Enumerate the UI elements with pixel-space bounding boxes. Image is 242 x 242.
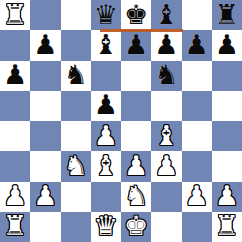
- square-e8[interactable]: ♚: [121, 0, 151, 30]
- square-e2[interactable]: ♞: [121, 182, 151, 212]
- square-h8[interactable]: ♜: [212, 0, 242, 30]
- black-bishop[interactable]: ♝: [154, 1, 178, 28]
- square-a1[interactable]: ♜: [0, 212, 30, 242]
- black-bishop[interactable]: ♝: [94, 31, 118, 58]
- square-b6[interactable]: [30, 61, 60, 91]
- square-a6[interactable]: ♟: [0, 61, 30, 91]
- black-queen[interactable]: ♛: [94, 1, 118, 28]
- square-c1[interactable]: [61, 212, 91, 242]
- square-g3[interactable]: [182, 151, 212, 181]
- square-b1[interactable]: [30, 212, 60, 242]
- square-g5[interactable]: [182, 91, 212, 121]
- square-e3[interactable]: ♟: [121, 151, 151, 181]
- square-b2[interactable]: ♟: [30, 182, 60, 212]
- black-pawn[interactable]: ♟: [124, 31, 148, 58]
- black-pawn[interactable]: ♟: [185, 31, 209, 58]
- square-f3[interactable]: ♟: [151, 151, 181, 181]
- square-d3[interactable]: ♝: [91, 151, 121, 181]
- square-a2[interactable]: ♟: [0, 182, 30, 212]
- white-pawn[interactable]: ♟: [33, 182, 57, 209]
- black-knight[interactable]: ♞: [154, 61, 178, 88]
- white-pawn[interactable]: ♟: [124, 152, 148, 179]
- white-pawn[interactable]: ♟: [154, 152, 178, 179]
- square-g7[interactable]: ♟: [182, 30, 212, 60]
- square-h1[interactable]: ♜: [212, 212, 242, 242]
- white-pawn[interactable]: ♟: [3, 182, 27, 209]
- square-e1[interactable]: ♚: [121, 212, 151, 242]
- square-c5[interactable]: [61, 91, 91, 121]
- square-b7[interactable]: ♟: [30, 30, 60, 60]
- chess-board: ♜♛♚♝♜♟♝♟♟♟♟♟♞♞♟♟♝♞♝♟♟♟♟♞♟♟♜♛♚♜: [0, 0, 242, 242]
- square-f1[interactable]: [151, 212, 181, 242]
- chess-app: ♜♛♚♝♜♟♝♟♟♟♟♟♞♞♟♟♝♞♝♟♟♟♟♞♟♟♜♛♚♜: [0, 0, 242, 242]
- square-h5[interactable]: [212, 91, 242, 121]
- square-d6[interactable]: [91, 61, 121, 91]
- square-b3[interactable]: [30, 151, 60, 181]
- white-pawn[interactable]: ♟: [185, 182, 209, 209]
- square-d8[interactable]: ♛: [91, 0, 121, 30]
- square-d2[interactable]: [91, 182, 121, 212]
- square-d5[interactable]: ♟: [91, 91, 121, 121]
- square-a5[interactable]: [0, 91, 30, 121]
- square-d4[interactable]: ♟: [91, 121, 121, 151]
- square-d7[interactable]: ♝: [91, 30, 121, 60]
- square-d1[interactable]: ♛: [91, 212, 121, 242]
- square-h6[interactable]: [212, 61, 242, 91]
- square-c4[interactable]: [61, 121, 91, 151]
- black-knight[interactable]: ♞: [64, 61, 88, 88]
- square-g2[interactable]: ♟: [182, 182, 212, 212]
- white-knight[interactable]: ♞: [64, 152, 88, 179]
- square-c2[interactable]: [61, 182, 91, 212]
- square-f6[interactable]: ♞: [151, 61, 181, 91]
- square-h7[interactable]: ♟: [212, 30, 242, 60]
- white-rook[interactable]: ♜: [3, 212, 27, 239]
- black-pawn[interactable]: ♟: [33, 31, 57, 58]
- square-c3[interactable]: ♞: [61, 151, 91, 181]
- white-bishop[interactable]: ♝: [94, 152, 118, 179]
- square-h2[interactable]: ♟: [212, 182, 242, 212]
- black-pawn[interactable]: ♟: [3, 61, 27, 88]
- square-f5[interactable]: [151, 91, 181, 121]
- square-e4[interactable]: [121, 121, 151, 151]
- square-a3[interactable]: [0, 151, 30, 181]
- square-h4[interactable]: [212, 121, 242, 151]
- square-a4[interactable]: [0, 121, 30, 151]
- black-pawn[interactable]: ♟: [154, 31, 178, 58]
- square-c6[interactable]: ♞: [61, 61, 91, 91]
- square-g6[interactable]: [182, 61, 212, 91]
- white-pawn[interactable]: ♟: [215, 182, 239, 209]
- square-h3[interactable]: [212, 151, 242, 181]
- square-g1[interactable]: [182, 212, 212, 242]
- white-pawn[interactable]: ♟: [94, 122, 118, 149]
- square-f8[interactable]: ♝: [151, 0, 181, 30]
- square-b5[interactable]: [30, 91, 60, 121]
- white-bishop[interactable]: ♝: [154, 122, 178, 149]
- square-e5[interactable]: [121, 91, 151, 121]
- square-b4[interactable]: [30, 121, 60, 151]
- black-pawn[interactable]: ♟: [215, 31, 239, 58]
- square-c8[interactable]: [61, 0, 91, 30]
- black-king[interactable]: ♚: [124, 1, 148, 28]
- square-g8[interactable]: [182, 0, 212, 30]
- square-a7[interactable]: [0, 30, 30, 60]
- white-knight[interactable]: ♞: [124, 182, 148, 209]
- square-e7[interactable]: ♟: [121, 30, 151, 60]
- black-pawn[interactable]: ♟: [94, 91, 118, 118]
- square-a8[interactable]: ♜: [0, 0, 30, 30]
- square-e6[interactable]: [121, 61, 151, 91]
- black-rook[interactable]: ♜: [215, 1, 239, 28]
- square-f4[interactable]: ♝: [151, 121, 181, 151]
- square-g4[interactable]: [182, 121, 212, 151]
- square-f2[interactable]: [151, 182, 181, 212]
- white-king[interactable]: ♚: [124, 212, 148, 239]
- square-c7[interactable]: [61, 30, 91, 60]
- white-rook[interactable]: ♜: [3, 1, 27, 28]
- white-rook[interactable]: ♜: [215, 212, 239, 239]
- square-b8[interactable]: [30, 0, 60, 30]
- white-queen[interactable]: ♛: [94, 212, 118, 239]
- square-f7[interactable]: ♟: [151, 30, 181, 60]
